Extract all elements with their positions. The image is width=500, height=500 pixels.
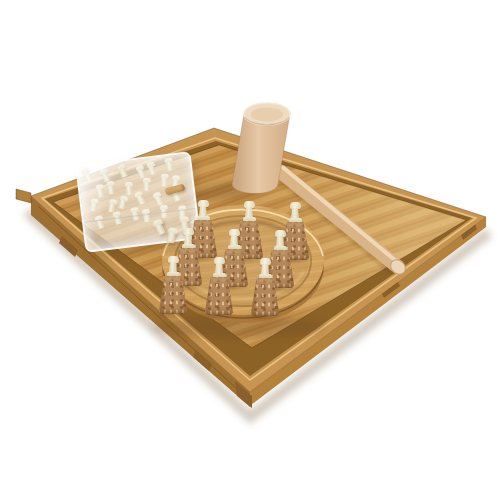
nail-cap [198, 200, 209, 207]
board-cell [257, 216, 303, 244]
spare-nail[interactable] [93, 215, 106, 231]
spare-nail[interactable] [159, 174, 168, 188]
spare-nail[interactable] [141, 208, 152, 223]
cork-peg[interactable] [159, 256, 187, 316]
board-cell [226, 187, 272, 215]
nail-cap [290, 202, 301, 209]
board-cell [196, 243, 242, 271]
nail-cap [275, 230, 286, 237]
spare-nail[interactable] [81, 167, 95, 184]
nail-neck [261, 264, 269, 274]
nail-cap [260, 258, 271, 265]
spare-nail[interactable] [105, 181, 116, 196]
nail-neck [169, 262, 177, 272]
spare-nail[interactable] [94, 184, 106, 199]
board-cell [211, 215, 257, 243]
product-photo [0, 0, 500, 500]
spare-nail[interactable] [133, 190, 148, 207]
board-cell [180, 186, 226, 214]
spare-nail[interactable] [145, 161, 158, 177]
spare-nail[interactable] [163, 157, 175, 173]
cork-body [205, 277, 233, 315]
board-cell [272, 188, 318, 216]
board-cell [242, 244, 288, 272]
nail-cap [244, 201, 255, 208]
spare-nail[interactable] [116, 163, 130, 179]
nail-cap [183, 228, 194, 235]
tray-hinge-tab [16, 189, 31, 203]
nail-cap [229, 229, 240, 236]
cork-peg[interactable] [251, 258, 279, 318]
nail-neck [215, 263, 223, 273]
board-cell [165, 214, 211, 242]
board-cell [150, 242, 196, 270]
cork-body [251, 278, 279, 316]
nail-cap [168, 256, 179, 263]
spare-nail[interactable] [142, 178, 151, 192]
cork-body [159, 276, 187, 314]
spare-nail[interactable] [88, 198, 99, 213]
nail-cap [214, 257, 225, 264]
cork-peg[interactable] [205, 257, 233, 317]
spare-nail[interactable] [117, 195, 129, 211]
board-grid [180, 186, 318, 270]
